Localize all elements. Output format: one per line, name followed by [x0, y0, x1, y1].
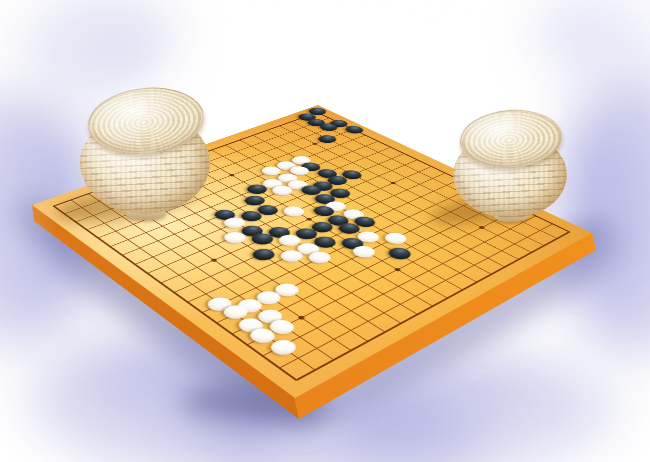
background-glow	[560, 70, 650, 360]
stone-bowl-left	[78, 88, 214, 220]
stone-bowl-right	[452, 110, 570, 224]
background-glow	[10, 0, 170, 90]
background-glow	[540, 0, 650, 80]
photo-go-scene	[0, 0, 650, 462]
